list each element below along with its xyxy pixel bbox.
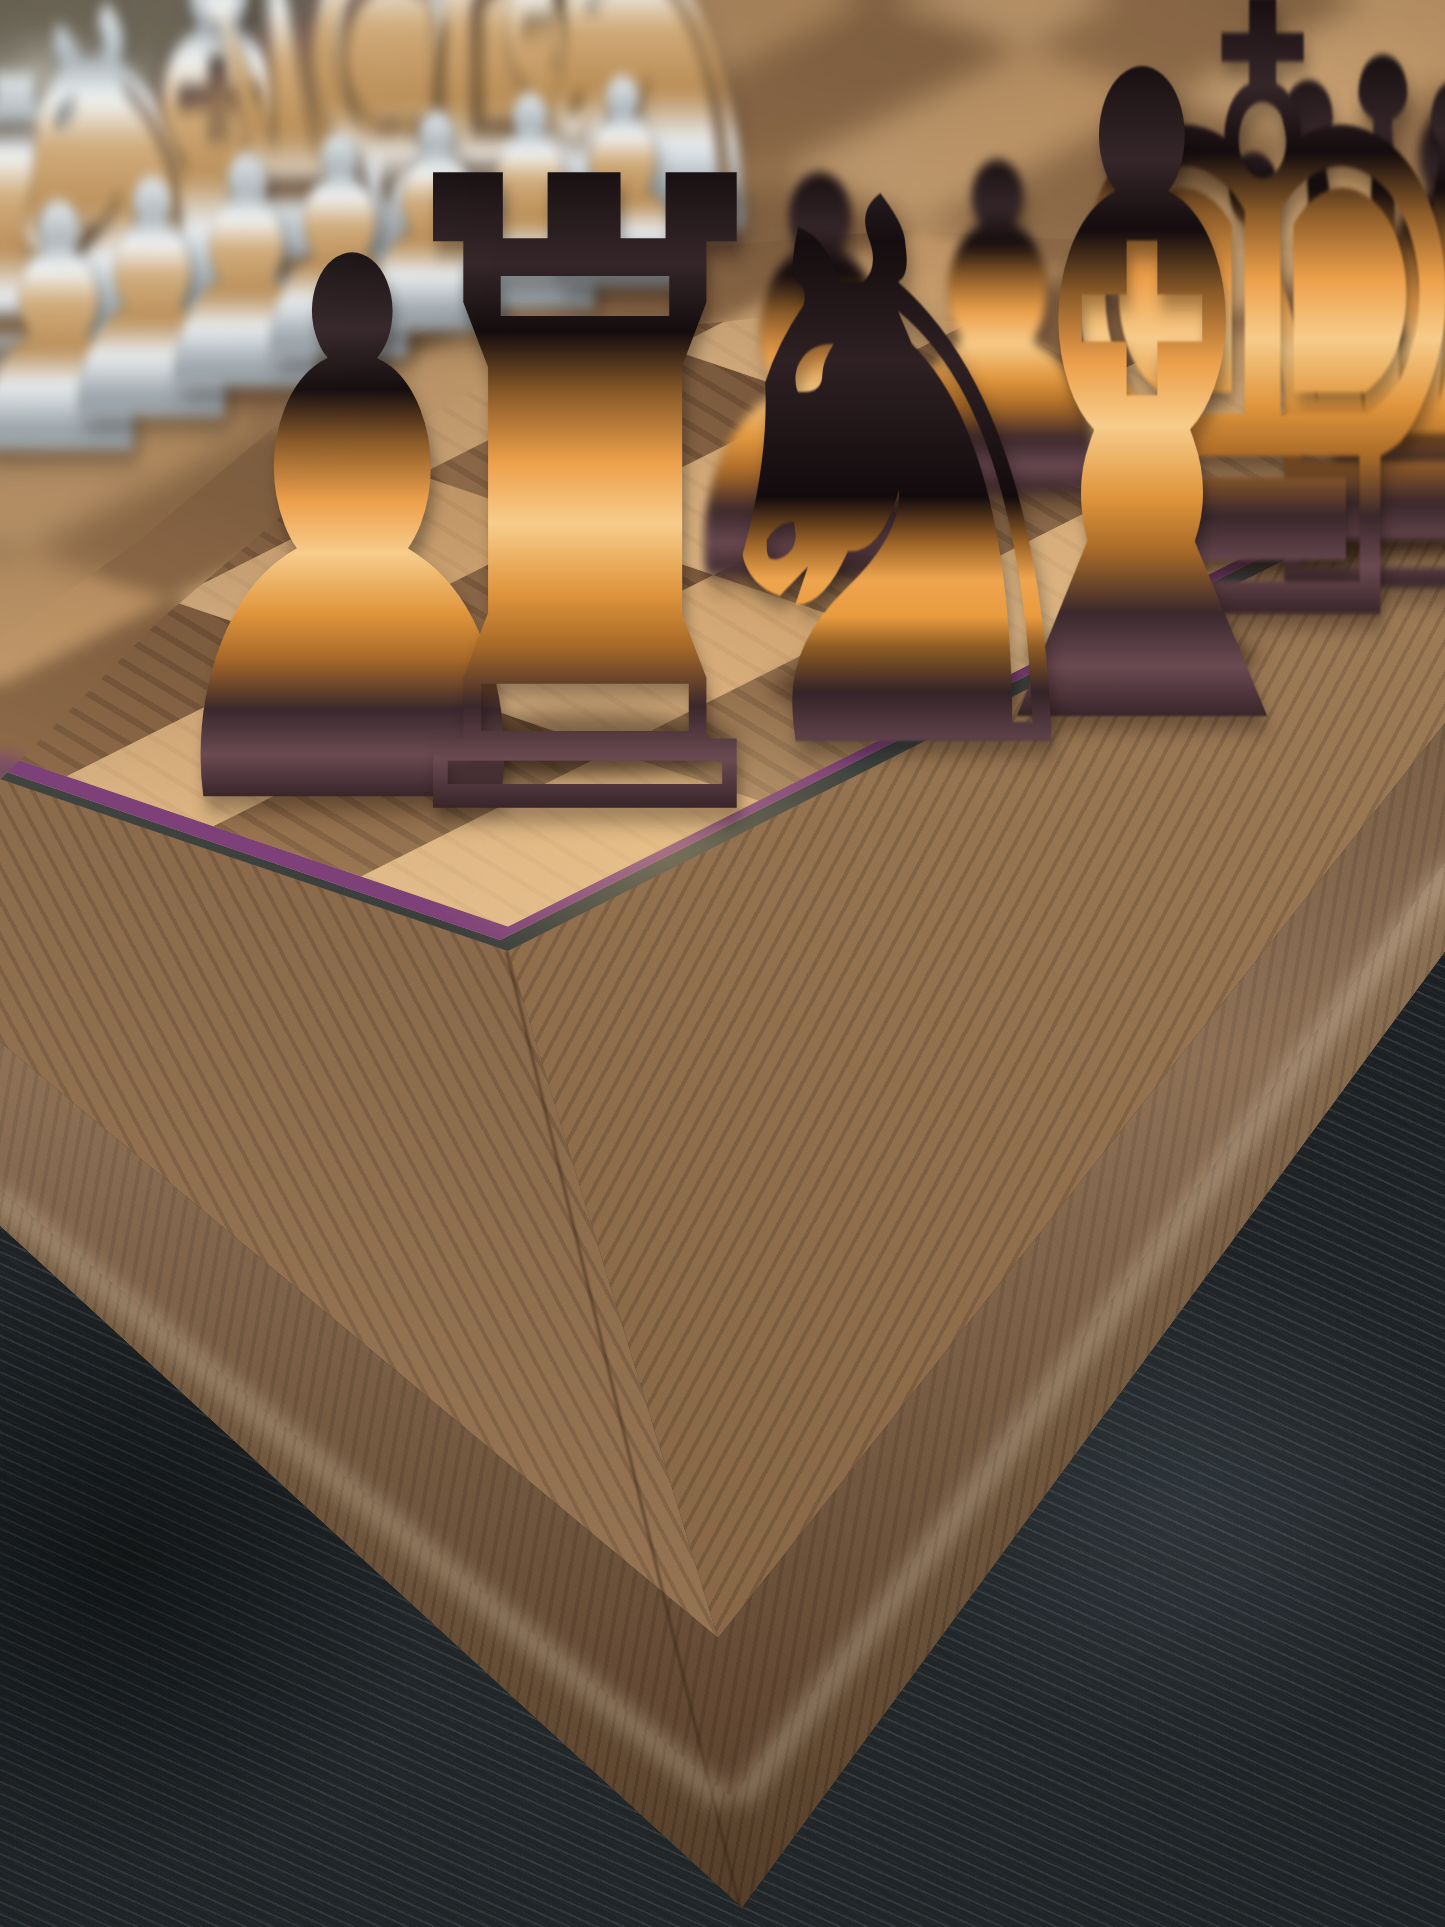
chess-photo-scene: ♜♞♝♛♚♝♞♟♟♟♟♟♟♟♟♟♟♛♚♝♞♟♜ [0,0,1445,1927]
piece-dark-rook-h1[interactable]: ♜ [315,71,854,941]
